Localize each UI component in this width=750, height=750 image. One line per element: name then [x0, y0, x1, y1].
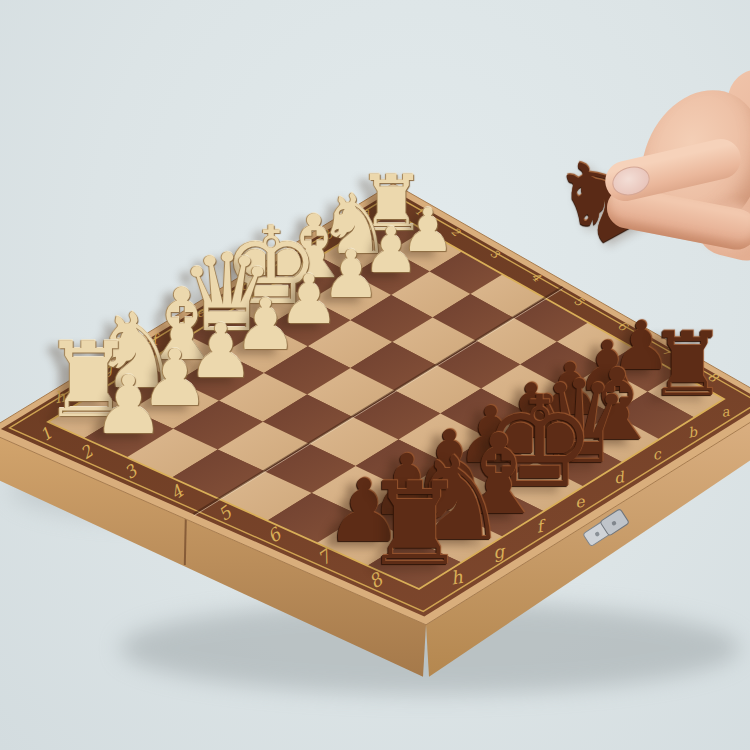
chess-set-product-photo: 11aa22bb33cc44dd55ee66ff77gg88hh ♜♞♝♚♛♝♞…	[0, 0, 750, 750]
side-seam	[185, 519, 186, 565]
chess-board: 11aa22bb33cc44dd55ee66ff77gg88hh	[0, 0, 750, 750]
